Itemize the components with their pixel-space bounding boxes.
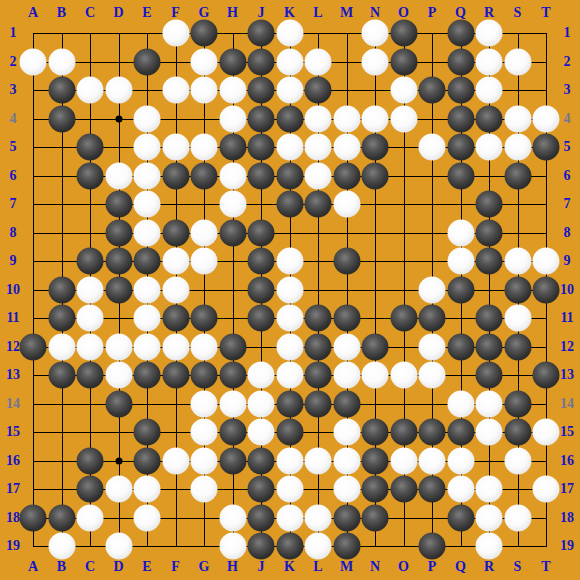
stone-white [476,48,503,75]
stone-white [191,48,218,75]
stone-black [533,362,560,389]
stone-white [219,191,246,218]
stone-black [476,248,503,275]
stone-black [362,419,389,446]
stone-white [20,48,47,75]
stone-white [248,419,275,446]
stone-black [105,191,132,218]
stone-black [105,276,132,303]
column-label-top: J [258,6,265,20]
stone-white [362,362,389,389]
stone-white [162,20,189,47]
row-label-left: 15 [6,425,20,439]
stone-white [447,390,474,417]
stone-white [476,476,503,503]
row-label-right: 8 [564,226,571,240]
stone-black [504,419,531,446]
stone-black [305,333,332,360]
column-label-bottom: K [284,560,295,574]
stone-white [134,191,161,218]
row-label-right: 7 [564,197,571,211]
stone-black [248,162,275,189]
column-label-top: L [313,6,322,20]
stone-black [333,504,360,531]
column-label-top: F [171,6,180,20]
stone-white [333,191,360,218]
stone-black [77,476,104,503]
stone-black [248,533,275,560]
stone-white [191,134,218,161]
column-label-top: K [284,6,295,20]
stone-white [276,333,303,360]
stone-white [219,390,246,417]
stone-black [134,419,161,446]
stone-black [48,276,75,303]
column-label-top: H [227,6,238,20]
row-label-left: 10 [6,283,20,297]
row-label-right: 12 [560,340,574,354]
stone-white [390,447,417,474]
row-label-left: 14 [6,397,20,411]
stone-white [504,504,531,531]
stone-white [191,390,218,417]
stone-white [390,362,417,389]
stone-black [333,162,360,189]
stone-white [504,248,531,275]
stone-black [219,419,246,446]
stone-black [48,504,75,531]
row-label-right: 13 [560,368,574,382]
row-label-left: 3 [10,83,17,97]
stone-black [134,362,161,389]
stone-white [276,476,303,503]
stone-black [533,276,560,303]
stone-black [248,276,275,303]
stone-white [77,333,104,360]
stone-black [77,248,104,275]
stone-black [48,77,75,104]
stone-black [447,333,474,360]
stone-black [77,134,104,161]
stone-white [419,134,446,161]
column-label-bottom: D [113,560,123,574]
stone-white [333,134,360,161]
stone-black [305,390,332,417]
stone-white [476,77,503,104]
column-label-top: B [57,6,66,20]
column-label-top: P [428,6,437,20]
stone-white [476,134,503,161]
stone-white [533,248,560,275]
stone-white [362,20,389,47]
hoshi-dot [115,115,122,122]
stone-black [219,447,246,474]
stone-white [219,77,246,104]
stone-black [419,476,446,503]
stone-white [77,77,104,104]
stone-black [105,390,132,417]
stone-white [419,333,446,360]
stone-white [276,362,303,389]
row-label-left: 11 [6,311,19,325]
stone-black [504,276,531,303]
stone-white [248,362,275,389]
stone-black [20,504,47,531]
stone-black [134,447,161,474]
stone-black [447,276,474,303]
stone-black [248,219,275,246]
stone-white [219,105,246,132]
stone-black [219,362,246,389]
stone-white [162,333,189,360]
stone-white [162,276,189,303]
column-label-top: Q [455,6,466,20]
row-label-left: 9 [10,254,17,268]
stone-black [162,362,189,389]
stone-black [447,77,474,104]
stone-white [191,219,218,246]
stone-white [333,362,360,389]
stone-black [362,504,389,531]
stone-white [134,134,161,161]
stone-white [191,447,218,474]
stone-white [276,48,303,75]
stone-black [362,333,389,360]
row-label-right: 19 [560,539,574,553]
stone-white [105,476,132,503]
column-label-bottom: A [28,560,38,574]
stone-black [248,248,275,275]
stone-black [248,134,275,161]
stone-black [191,20,218,47]
stone-white [105,77,132,104]
stone-black [276,191,303,218]
stone-black [48,362,75,389]
stone-black [162,162,189,189]
stone-white [447,219,474,246]
stone-white [305,162,332,189]
column-label-top: S [514,6,522,20]
row-label-right: 17 [560,482,574,496]
stone-black [219,333,246,360]
stone-white [191,77,218,104]
stone-black [162,219,189,246]
column-label-bottom: M [340,560,353,574]
stone-black [476,191,503,218]
stone-white [162,77,189,104]
stone-black [248,48,275,75]
stone-black [504,333,531,360]
stone-black [533,134,560,161]
stone-black [333,533,360,560]
stone-white [305,105,332,132]
stone-white [134,105,161,132]
stone-black [219,219,246,246]
stone-white [162,447,189,474]
column-label-bottom: E [142,560,151,574]
stone-white [77,305,104,332]
column-label-top: G [199,6,210,20]
stone-white [362,48,389,75]
row-label-left: 19 [6,539,20,553]
stone-white [305,533,332,560]
column-label-bottom: O [398,560,409,574]
column-label-top: D [113,6,123,20]
row-label-left: 7 [10,197,17,211]
stone-black [419,305,446,332]
stone-white [248,390,275,417]
stone-black [390,305,417,332]
row-label-left: 4 [10,112,17,126]
stone-black [248,447,275,474]
stone-white [276,504,303,531]
stone-black [362,447,389,474]
stone-white [419,276,446,303]
stone-white [134,276,161,303]
stone-white [305,134,332,161]
stone-black [476,362,503,389]
stone-black [447,105,474,132]
stone-black [219,48,246,75]
stone-white [48,533,75,560]
stone-white [191,419,218,446]
stone-white [504,447,531,474]
stone-white [476,419,503,446]
stone-white [504,305,531,332]
stone-white [504,134,531,161]
stone-black [134,248,161,275]
stone-black [504,162,531,189]
stone-white [219,162,246,189]
stone-black [419,77,446,104]
stone-white [276,305,303,332]
stone-white [134,162,161,189]
row-label-left: 5 [10,140,17,154]
row-label-right: 3 [564,83,571,97]
stone-black [447,504,474,531]
stone-white [476,390,503,417]
stone-black [390,419,417,446]
column-label-top: O [398,6,409,20]
stone-black [248,77,275,104]
stone-white [390,105,417,132]
stone-black [333,390,360,417]
stone-white [276,134,303,161]
stone-white [191,476,218,503]
stone-white [476,504,503,531]
stone-white [276,276,303,303]
stone-white [134,333,161,360]
column-label-bottom: C [85,560,95,574]
stone-white [276,77,303,104]
row-label-left: 16 [6,454,20,468]
stone-black [134,48,161,75]
stone-black [390,476,417,503]
stone-white [48,48,75,75]
row-label-left: 13 [6,368,20,382]
column-label-bottom: J [258,560,265,574]
stone-white [533,476,560,503]
column-label-top: N [370,6,380,20]
column-label-top: A [28,6,38,20]
row-label-right: 16 [560,454,574,468]
stone-white [134,219,161,246]
stone-black [276,105,303,132]
column-label-bottom: H [227,560,238,574]
column-label-top: E [142,6,151,20]
stone-white [333,105,360,132]
stone-black [447,162,474,189]
column-label-bottom: S [514,560,522,574]
column-label-top: C [85,6,95,20]
stone-white [362,105,389,132]
stone-black [77,362,104,389]
stone-white [333,476,360,503]
row-label-right: 6 [564,169,571,183]
column-label-top: R [484,6,494,20]
stone-white [191,333,218,360]
column-label-bottom: T [541,560,550,574]
stone-black [276,390,303,417]
stone-white [305,504,332,531]
stone-black [77,447,104,474]
stone-black [276,419,303,446]
stone-black [362,162,389,189]
stone-black [476,305,503,332]
stone-black [504,390,531,417]
stone-black [333,305,360,332]
stone-white [333,447,360,474]
stone-black [305,191,332,218]
go-board-app: AABBCCDDEEFFGGHHJJKKLLMMNNOOPPQQRRSSTT11… [0,0,580,580]
stone-black [476,333,503,360]
stone-white [134,476,161,503]
stone-black [276,162,303,189]
stone-white [305,48,332,75]
stone-black [476,105,503,132]
stone-black [476,219,503,246]
row-label-right: 9 [564,254,571,268]
stone-black [48,105,75,132]
stone-black [77,162,104,189]
row-label-left: 8 [10,226,17,240]
stone-black [333,248,360,275]
stone-white [105,362,132,389]
stone-white [276,248,303,275]
stone-white [504,105,531,132]
column-label-bottom: Q [455,560,466,574]
stone-white [333,333,360,360]
stone-black [105,248,132,275]
row-label-left: 12 [6,340,20,354]
stone-white [419,447,446,474]
stone-black [105,219,132,246]
stone-black [191,305,218,332]
row-label-left: 18 [6,511,20,525]
stone-white [191,248,218,275]
stone-black [390,48,417,75]
stone-black [362,134,389,161]
stone-black [447,20,474,47]
stone-white [305,447,332,474]
stone-white [219,533,246,560]
stone-black [305,305,332,332]
row-label-right: 11 [560,311,573,325]
stone-white [276,20,303,47]
stone-white [504,48,531,75]
row-label-right: 4 [564,112,571,126]
stone-black [362,476,389,503]
stone-white [333,419,360,446]
row-label-right: 10 [560,283,574,297]
row-label-right: 1 [564,26,571,40]
stone-white [77,504,104,531]
stone-white [533,105,560,132]
stone-black [248,504,275,531]
row-label-left: 6 [10,169,17,183]
stone-white [134,305,161,332]
stone-black [191,162,218,189]
column-label-bottom: L [313,560,322,574]
stone-black [248,476,275,503]
stone-black [248,20,275,47]
row-label-right: 2 [564,55,571,69]
stone-black [305,362,332,389]
stone-white [447,447,474,474]
column-label-top: T [541,6,550,20]
column-label-bottom: N [370,560,380,574]
stone-white [162,134,189,161]
stone-black [390,20,417,47]
row-label-right: 18 [560,511,574,525]
column-label-bottom: F [171,560,180,574]
stone-black [447,419,474,446]
stone-black [248,305,275,332]
stone-white [48,333,75,360]
stone-white [390,77,417,104]
stone-white [476,20,503,47]
stone-black [20,333,47,360]
stone-white [105,533,132,560]
stone-white [134,504,161,531]
goban[interactable]: AABBCCDDEEFFGGHHJJKKLLMMNNOOPPQQRRSSTT11… [0,0,580,580]
stone-white [447,248,474,275]
row-label-right: 15 [560,425,574,439]
stone-black [162,305,189,332]
stone-black [191,362,218,389]
column-label-bottom: P [428,560,437,574]
column-label-bottom: B [57,560,66,574]
column-label-bottom: G [199,560,210,574]
stone-black [419,419,446,446]
stone-white [533,419,560,446]
stone-black [419,533,446,560]
row-label-left: 17 [6,482,20,496]
stone-black [447,48,474,75]
stone-white [419,362,446,389]
column-label-top: M [340,6,353,20]
row-label-left: 2 [10,55,17,69]
stone-white [105,333,132,360]
stone-black [276,533,303,560]
stone-black [219,134,246,161]
stone-white [276,447,303,474]
stone-white [162,248,189,275]
stone-white [105,162,132,189]
column-label-bottom: R [484,560,494,574]
stone-black [248,105,275,132]
stone-black [305,77,332,104]
